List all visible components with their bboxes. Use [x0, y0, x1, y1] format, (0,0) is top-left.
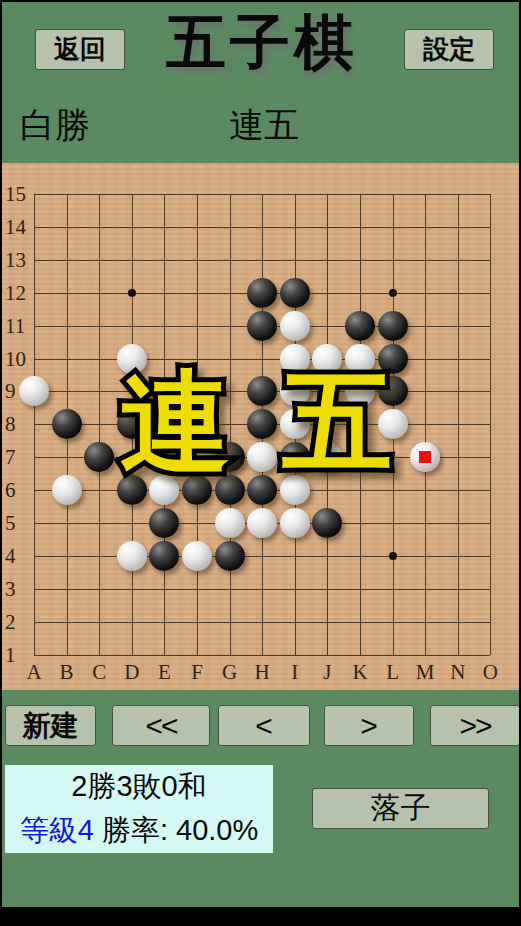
winrate-value: 40.0% — [176, 814, 258, 846]
white-stone — [117, 344, 147, 374]
white-stone — [378, 409, 408, 439]
black-stone — [84, 442, 114, 472]
first-move-button[interactable]: << — [112, 705, 210, 746]
row-label: 12 — [2, 282, 28, 304]
white-stone — [280, 409, 310, 439]
gomoku-app-screen: 返回 五子棋 設定 白勝 連五 151413121110987654321ABC… — [0, 0, 521, 926]
grid-vline — [360, 194, 361, 655]
white-stone — [312, 442, 342, 472]
grid-vline — [327, 194, 328, 655]
white-stone — [149, 475, 179, 505]
black-stone — [378, 311, 408, 341]
white-stone — [149, 409, 179, 439]
black-stone — [182, 475, 212, 505]
white-stone — [52, 475, 82, 505]
black-stone — [52, 409, 82, 439]
col-label: G — [219, 661, 241, 683]
white-stone — [280, 311, 310, 341]
row-label: 7 — [2, 446, 28, 468]
white-stone — [182, 442, 212, 472]
black-stone — [117, 409, 147, 439]
last-move-button[interactable]: >> — [430, 705, 520, 746]
white-stone — [182, 541, 212, 571]
black-stone — [247, 311, 277, 341]
black-stone — [215, 442, 245, 472]
row-label: 6 — [2, 479, 28, 501]
black-stone — [215, 541, 245, 571]
level-text: 等級4 — [20, 814, 94, 846]
grid-hline — [34, 655, 490, 656]
white-stone — [410, 442, 440, 472]
col-label: O — [479, 661, 501, 683]
win-reason-text: 連五 — [229, 102, 299, 149]
white-stone — [215, 508, 245, 538]
white-stone — [280, 508, 310, 538]
prev-move-button[interactable]: < — [218, 705, 310, 746]
col-label: C — [88, 661, 110, 683]
new-game-button[interactable]: 新建 — [5, 705, 96, 746]
settings-button[interactable]: 設定 — [404, 29, 494, 70]
white-stone — [280, 344, 310, 374]
level-winrate-line: 等級4 勝率: 40.0% — [20, 811, 259, 851]
row-label: 4 — [2, 545, 28, 567]
black-stone — [280, 278, 310, 308]
white-stone — [280, 376, 310, 406]
system-nav-bar — [2, 907, 519, 924]
row-label: 15 — [2, 183, 28, 205]
row-label: 11 — [2, 315, 28, 337]
col-label: F — [186, 661, 208, 683]
col-label: D — [121, 661, 143, 683]
row-label: 3 — [2, 578, 28, 600]
star-point — [389, 289, 397, 297]
black-stone — [149, 541, 179, 571]
app-title: 五子棋 — [112, 2, 412, 84]
black-stone — [247, 376, 277, 406]
place-stone-button[interactable]: 落子 — [312, 788, 489, 829]
row-label: 10 — [2, 348, 28, 370]
black-stone — [378, 344, 408, 374]
row-label: 2 — [2, 611, 28, 633]
black-stone — [280, 442, 310, 472]
white-stone — [247, 508, 277, 538]
grid-vline — [425, 194, 426, 655]
black-stone — [247, 409, 277, 439]
col-label: K — [349, 661, 371, 683]
grid-hline — [34, 622, 490, 623]
col-label: M — [414, 661, 436, 683]
row-label: 14 — [2, 216, 28, 238]
row-label: 8 — [2, 413, 28, 435]
white-stone — [312, 344, 342, 374]
game-result-text: 白勝 — [20, 102, 90, 149]
col-label: L — [382, 661, 404, 683]
black-stone — [312, 508, 342, 538]
white-stone — [19, 376, 49, 406]
next-move-button[interactable]: > — [324, 705, 414, 746]
col-label: E — [153, 661, 175, 683]
col-label: H — [251, 661, 273, 683]
black-stone — [247, 475, 277, 505]
last-move-marker — [419, 451, 431, 463]
white-stone — [247, 442, 277, 472]
winrate-label: 勝率: — [102, 814, 168, 846]
white-stone — [345, 344, 375, 374]
row-label: 5 — [2, 512, 28, 534]
white-stone — [280, 475, 310, 505]
stats-panel: 2勝3敗0和 等級4 勝率: 40.0% — [5, 765, 273, 853]
black-stone — [149, 508, 179, 538]
white-stone — [117, 541, 147, 571]
white-stone — [345, 376, 375, 406]
black-stone — [378, 376, 408, 406]
star-point — [128, 289, 136, 297]
black-stone — [117, 475, 147, 505]
star-point — [389, 552, 397, 560]
gomoku-board[interactable]: 151413121110987654321ABCDEFGHIJKLMNO — [2, 163, 521, 690]
col-label: I — [284, 661, 306, 683]
col-label: B — [56, 661, 78, 683]
grid-hline — [34, 556, 490, 557]
grid-vline — [490, 194, 491, 655]
col-label: N — [447, 661, 469, 683]
record-text: 2勝3敗0和 — [71, 767, 206, 807]
black-stone — [215, 475, 245, 505]
grid-vline — [458, 194, 459, 655]
grid-hline — [34, 589, 490, 590]
black-stone — [247, 278, 277, 308]
black-stone — [345, 311, 375, 341]
col-label: A — [23, 661, 45, 683]
row-label: 13 — [2, 249, 28, 271]
col-label: J — [316, 661, 338, 683]
